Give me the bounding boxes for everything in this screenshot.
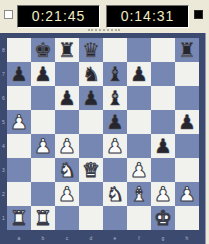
white-pawn: ♟ bbox=[175, 182, 199, 206]
white-clock: 0:21:45 bbox=[17, 5, 100, 28]
square-a5[interactable]: ♟ bbox=[7, 110, 31, 134]
square-a6[interactable] bbox=[7, 86, 31, 110]
square-b7[interactable]: ♟ bbox=[31, 62, 55, 86]
square-g6[interactable] bbox=[151, 86, 175, 110]
square-f2[interactable]: ♝ bbox=[127, 182, 151, 206]
rank-label-7: 7 bbox=[1, 62, 6, 86]
black-pawn: ♟ bbox=[103, 110, 127, 134]
square-h6[interactable] bbox=[175, 86, 199, 110]
square-f3[interactable]: ♟ bbox=[127, 158, 151, 182]
square-c1[interactable] bbox=[55, 206, 79, 230]
black-pawn: ♟ bbox=[7, 62, 31, 86]
rank-label-6: 6 bbox=[1, 86, 6, 110]
square-c6[interactable]: ♟ bbox=[55, 86, 79, 110]
white-pawn: ♟ bbox=[151, 182, 175, 206]
file-label-g: g bbox=[151, 235, 175, 242]
white-pawn: ♟ bbox=[55, 134, 79, 158]
square-f8[interactable] bbox=[127, 38, 151, 62]
black-pawn: ♟ bbox=[175, 110, 199, 134]
chess-board: ♚♜♛♜♟♟♞♝♟♟♟♝♟♟♟♟♟♟♟♞♛♟♟♞♝♟♟♜♜♚ 87654321 … bbox=[0, 33, 206, 244]
square-b8[interactable]: ♚ bbox=[31, 38, 55, 62]
square-e3[interactable] bbox=[103, 158, 127, 182]
square-e7[interactable]: ♝ bbox=[103, 62, 127, 86]
rank-label-8: 8 bbox=[1, 38, 6, 62]
square-g5[interactable] bbox=[151, 110, 175, 134]
square-h2[interactable]: ♟ bbox=[175, 182, 199, 206]
black-bishop: ♝ bbox=[103, 86, 127, 110]
rank-label-1: 1 bbox=[1, 206, 6, 230]
square-d6[interactable]: ♟ bbox=[79, 86, 103, 110]
square-g4[interactable]: ♟ bbox=[151, 134, 175, 158]
file-label-e: e bbox=[103, 235, 127, 242]
square-d8[interactable]: ♛ bbox=[79, 38, 103, 62]
square-d3[interactable]: ♛ bbox=[79, 158, 103, 182]
square-h1[interactable] bbox=[175, 206, 199, 230]
white-queen: ♛ bbox=[79, 158, 103, 182]
file-label-b: b bbox=[31, 235, 55, 242]
square-b1[interactable]: ♜ bbox=[31, 206, 55, 230]
square-f6[interactable] bbox=[127, 86, 151, 110]
black-pawn: ♟ bbox=[55, 86, 79, 110]
square-d4[interactable] bbox=[79, 134, 103, 158]
square-e8[interactable] bbox=[103, 38, 127, 62]
board-grid: ♚♜♛♜♟♟♞♝♟♟♟♝♟♟♟♟♟♟♟♞♛♟♟♞♝♟♟♜♜♚ bbox=[7, 38, 199, 230]
black-pawn: ♟ bbox=[127, 62, 151, 86]
square-b5[interactable] bbox=[31, 110, 55, 134]
square-b3[interactable] bbox=[31, 158, 55, 182]
white-pawn: ♟ bbox=[103, 134, 127, 158]
square-e5[interactable]: ♟ bbox=[103, 110, 127, 134]
square-c2[interactable]: ♟ bbox=[55, 182, 79, 206]
square-g7[interactable] bbox=[151, 62, 175, 86]
white-knight: ♞ bbox=[55, 158, 79, 182]
square-g1[interactable]: ♚ bbox=[151, 206, 175, 230]
black-rook: ♜ bbox=[175, 38, 199, 62]
file-label-a: a bbox=[7, 235, 31, 242]
black-pawn: ♟ bbox=[31, 62, 55, 86]
rank-label-5: 5 bbox=[1, 110, 6, 134]
black-queen: ♛ bbox=[79, 38, 103, 62]
square-c4[interactable]: ♟ bbox=[55, 134, 79, 158]
square-a1[interactable]: ♜ bbox=[7, 206, 31, 230]
rank-label-3: 3 bbox=[1, 158, 6, 182]
file-label-f: f bbox=[127, 235, 151, 242]
square-c5[interactable] bbox=[55, 110, 79, 134]
square-d2[interactable] bbox=[79, 182, 103, 206]
black-pawn: ♟ bbox=[151, 134, 175, 158]
square-g3[interactable] bbox=[151, 158, 175, 182]
square-e1[interactable] bbox=[103, 206, 127, 230]
square-b4[interactable]: ♟ bbox=[31, 134, 55, 158]
square-d7[interactable]: ♞ bbox=[79, 62, 103, 86]
black-king: ♚ bbox=[31, 38, 55, 62]
square-g8[interactable] bbox=[151, 38, 175, 62]
black-pawn: ♟ bbox=[79, 86, 103, 110]
square-c3[interactable]: ♞ bbox=[55, 158, 79, 182]
square-c7[interactable] bbox=[55, 62, 79, 86]
square-g2[interactable]: ♟ bbox=[151, 182, 175, 206]
square-f4[interactable] bbox=[127, 134, 151, 158]
file-label-c: c bbox=[55, 235, 79, 242]
white-rook: ♜ bbox=[31, 206, 55, 230]
square-h7[interactable] bbox=[175, 62, 199, 86]
square-a4[interactable] bbox=[7, 134, 31, 158]
square-f5[interactable] bbox=[127, 110, 151, 134]
square-b6[interactable] bbox=[31, 86, 55, 110]
white-pawn: ♟ bbox=[55, 182, 79, 206]
rank-label-2: 2 bbox=[1, 182, 6, 206]
square-b2[interactable] bbox=[31, 182, 55, 206]
square-a3[interactable] bbox=[7, 158, 31, 182]
square-c8[interactable]: ♜ bbox=[55, 38, 79, 62]
black-bishop: ♝ bbox=[103, 62, 127, 86]
square-h4[interactable] bbox=[175, 134, 199, 158]
white-pawn: ♟ bbox=[127, 158, 151, 182]
square-a7[interactable]: ♟ bbox=[7, 62, 31, 86]
white-pawn: ♟ bbox=[31, 134, 55, 158]
splitter-grip-icon[interactable] bbox=[88, 29, 120, 31]
white-knight: ♞ bbox=[103, 182, 127, 206]
square-f1[interactable] bbox=[127, 206, 151, 230]
square-a2[interactable] bbox=[7, 182, 31, 206]
black-rook: ♜ bbox=[55, 38, 79, 62]
black-knight: ♞ bbox=[79, 62, 103, 86]
square-f7[interactable]: ♟ bbox=[127, 62, 151, 86]
square-h8[interactable]: ♜ bbox=[175, 38, 199, 62]
white-to-move-indicator[interactable] bbox=[4, 10, 13, 19]
file-label-h: h bbox=[175, 235, 199, 242]
rank-label-4: 4 bbox=[1, 134, 6, 158]
black-clock: 0:14:31 bbox=[106, 5, 189, 28]
white-bishop: ♝ bbox=[127, 182, 151, 206]
square-e6[interactable]: ♝ bbox=[103, 86, 127, 110]
square-a8[interactable] bbox=[7, 38, 31, 62]
white-pawn: ♟ bbox=[7, 110, 31, 134]
square-e2[interactable]: ♞ bbox=[103, 182, 127, 206]
white-king: ♚ bbox=[151, 206, 175, 230]
square-e4[interactable]: ♟ bbox=[103, 134, 127, 158]
square-d1[interactable] bbox=[79, 206, 103, 230]
white-rook: ♜ bbox=[7, 206, 31, 230]
square-d5[interactable] bbox=[79, 110, 103, 134]
file-label-d: d bbox=[79, 235, 103, 242]
black-to-move-indicator[interactable] bbox=[194, 10, 203, 19]
square-h3[interactable] bbox=[175, 158, 199, 182]
square-h5[interactable]: ♟ bbox=[175, 110, 199, 134]
